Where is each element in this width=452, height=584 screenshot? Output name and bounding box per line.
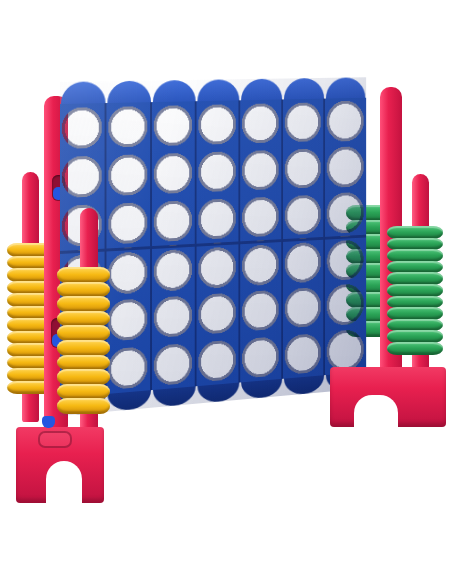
scallop-bump [197, 79, 239, 101]
board-cell-r4c3 [152, 244, 197, 294]
board-cell-r2c4 [197, 147, 241, 196]
board-cell-r6c3 [152, 339, 197, 390]
scallop-bump [153, 386, 196, 407]
yellow-storage-ring [57, 369, 110, 385]
scallop-bump [197, 383, 239, 404]
yellow-storage-ring [57, 384, 110, 400]
board-cell-r4c2 [106, 246, 152, 297]
green-storage-ring [387, 342, 443, 355]
board-cell-r2c2 [106, 150, 152, 200]
board-cell-r1c3 [152, 101, 197, 150]
board-cell-r5c3 [152, 291, 197, 342]
board-cell-r1c2 [106, 102, 152, 151]
board-cell-r1c1 [60, 103, 106, 153]
board-cell-r2c7 [325, 143, 366, 190]
board-cell-r4c4 [197, 241, 241, 291]
yellow-storage-ring [57, 325, 110, 341]
board-cell-r2c5 [240, 146, 283, 194]
board-cell-r5c6 [283, 283, 325, 332]
green-storage-ring [387, 226, 443, 239]
scallop-bump [284, 78, 324, 100]
scallop-bump [153, 80, 196, 102]
board-cell-r4c6 [283, 237, 325, 286]
green-storage-ring [387, 249, 443, 262]
base-handle-indent [38, 431, 72, 448]
board-cell-r1c7 [325, 98, 366, 145]
scallop-bump [107, 390, 151, 412]
right-base-arch-cutout [354, 395, 398, 427]
right-base-foot [330, 367, 446, 427]
board-cell-r1c4 [197, 100, 241, 148]
board-cell-r6c6 [283, 329, 325, 379]
scallop-bump [241, 79, 282, 101]
board-cell-r4c7 [325, 235, 366, 283]
board-cell-r2c3 [152, 149, 197, 198]
yellow-storage-ring [57, 398, 110, 414]
board-cell-r3c6 [283, 191, 325, 239]
board-cell-r2c6 [283, 145, 325, 193]
left-base-arch-cutout [46, 461, 82, 503]
ring-stack-front-left-yellow [57, 268, 110, 414]
yellow-storage-ring [57, 296, 110, 312]
left-base-foot [16, 427, 104, 503]
yellow-storage-ring [57, 355, 110, 371]
connect-four-product-photo [0, 0, 452, 584]
board-cell-r6c5 [240, 332, 283, 382]
blue-latch-base [42, 416, 55, 428]
board-cell-r4c5 [240, 239, 283, 288]
board-cell-r1c5 [240, 99, 283, 147]
ring-stack-front-right-green [387, 227, 443, 355]
yellow-storage-ring [57, 340, 110, 356]
green-storage-ring [387, 307, 443, 320]
yellow-storage-ring [57, 282, 110, 298]
board-cell-r2c1 [60, 152, 106, 202]
yellow-storage-ring [57, 267, 110, 283]
board-cell-r1c6 [283, 99, 325, 146]
board-cell-r3c7 [325, 189, 366, 237]
scallop-bump [107, 81, 151, 103]
board-cell-r6c2 [106, 342, 152, 394]
board-cell-r3c3 [152, 196, 197, 246]
green-storage-ring [387, 284, 443, 297]
board-cell-r3c2 [106, 198, 152, 248]
board-cell-r5c7 [325, 280, 366, 329]
board-cell-r5c5 [240, 286, 283, 336]
board-cell-r3c5 [240, 193, 283, 242]
scallop-bump [241, 379, 282, 400]
board-cell-r5c4 [197, 288, 241, 338]
scallop-bump [284, 375, 324, 396]
yellow-storage-ring [57, 311, 110, 327]
scallop-bump [61, 81, 106, 104]
board-cell-r3c4 [197, 194, 241, 243]
board-cell-r5c2 [106, 294, 152, 345]
board-cell-r6c4 [197, 335, 241, 386]
scallop-bump [326, 77, 365, 98]
